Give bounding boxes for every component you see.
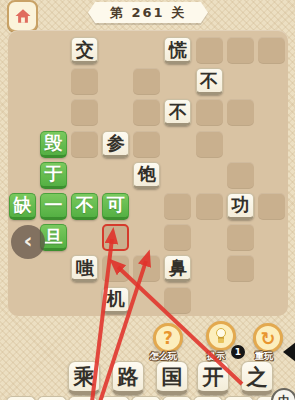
tray-tile-peek — [68, 396, 98, 400]
how-to-play-button[interactable]: ? — [153, 323, 185, 353]
tray-tile-peek — [162, 396, 192, 400]
board-empty-slot[interactable] — [133, 68, 160, 95]
tray-tile[interactable]: 开 — [197, 361, 229, 395]
board-tile-placed[interactable]: 毁 — [40, 131, 67, 158]
board-empty-slot[interactable] — [227, 255, 254, 282]
board-target-slot-highlighted[interactable] — [102, 224, 129, 251]
board-empty-slot[interactable] — [164, 193, 191, 220]
board-empty-slot[interactable] — [133, 131, 160, 158]
board-empty-slot[interactable] — [196, 37, 223, 64]
hint-count-badge: 1 — [231, 345, 245, 359]
board-empty-slot[interactable] — [133, 99, 160, 126]
board-empty-slot[interactable] — [227, 37, 254, 64]
board-tile-placed[interactable]: 缺 — [9, 193, 36, 220]
board-empty-slot[interactable] — [258, 37, 285, 64]
tray-tile[interactable]: 乘 — [68, 361, 100, 395]
board-empty-slot[interactable] — [196, 193, 223, 220]
board-grid: 交慌不不毁参于饱缺一不可功旦嗤鼻机 — [8, 30, 288, 314]
board-empty-slot[interactable] — [258, 193, 285, 220]
tray-tile-peek — [193, 396, 223, 400]
board-empty-slot[interactable] — [196, 131, 223, 158]
bulb-icon — [206, 321, 236, 351]
board-empty-slot[interactable] — [227, 99, 254, 126]
back-button[interactable]: ‹ — [11, 225, 45, 259]
board-panel: 交慌不不毁参于饱缺一不可功旦嗤鼻机 — [8, 30, 288, 316]
question-icon: ? — [153, 323, 183, 353]
board-empty-slot[interactable] — [227, 224, 254, 251]
level-label: 第 261 关 — [110, 4, 186, 22]
tray-tile[interactable]: 路 — [112, 361, 144, 395]
board-tile-placed[interactable]: 可 — [102, 193, 129, 220]
board-tile-fixed: 不 — [196, 68, 223, 95]
board-empty-slot[interactable] — [71, 68, 98, 95]
chevron-left-icon: ‹ — [23, 228, 32, 253]
board-empty-slot[interactable] — [102, 255, 129, 282]
board-empty-slot[interactable] — [196, 99, 223, 126]
board-tile-placed[interactable]: 一 — [40, 193, 67, 220]
replay-icon: ↻ — [253, 323, 283, 353]
board-tile-fixed: 慌 — [164, 37, 191, 64]
board-tile-placed[interactable]: 不 — [71, 193, 98, 220]
game-screen: 第 261 关 交慌不不毁参于饱缺一不可功旦嗤鼻机 ‹ ? 怎么玩 提示 1 ↻… — [0, 0, 295, 400]
replay-button[interactable]: ↻ — [253, 323, 285, 353]
board-tile-placed[interactable]: 于 — [40, 162, 67, 189]
board-empty-slot[interactable] — [71, 131, 98, 158]
board-tile-fixed: 机 — [102, 287, 129, 314]
tray-tile[interactable]: 之 — [241, 361, 273, 395]
board-empty-slot[interactable] — [71, 99, 98, 126]
board-tile-fixed: 饱 — [133, 162, 160, 189]
tray-tile-peek — [131, 396, 161, 400]
tray-tile-peek — [100, 396, 130, 400]
hint-label: 提示 — [207, 350, 225, 363]
board-empty-slot[interactable] — [133, 255, 160, 282]
board-tile-fixed: 交 — [71, 37, 98, 64]
floating-cn-badge[interactable]: 中 — [271, 388, 295, 400]
level-banner: 第 261 关 — [88, 2, 208, 23]
board-empty-slot[interactable] — [164, 224, 191, 251]
replay-label: 重玩 — [255, 350, 273, 363]
side-pull-tab-arrow[interactable] — [283, 342, 295, 362]
board-tile-fixed: 不 — [164, 99, 191, 126]
tray-tile-peek — [6, 396, 36, 400]
tray-tile-peek — [224, 396, 254, 400]
board-tile-fixed: 鼻 — [164, 255, 191, 282]
board-empty-slot[interactable] — [227, 162, 254, 189]
tray-tile[interactable]: 国 — [156, 361, 188, 395]
board-tile-fixed: 嗤 — [71, 255, 98, 282]
tray-tile-peek — [37, 396, 67, 400]
board-tile-fixed: 参 — [102, 131, 129, 158]
board-empty-slot[interactable] — [164, 287, 191, 314]
home-icon — [14, 7, 32, 25]
home-button[interactable] — [7, 0, 38, 32]
how-to-play-label: 怎么玩 — [150, 350, 177, 363]
board-tile-fixed: 功 — [227, 193, 254, 220]
